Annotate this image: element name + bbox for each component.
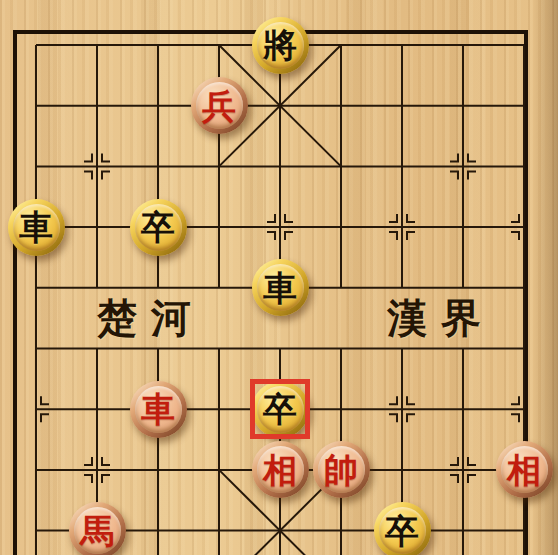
piece-glyph: 車 [130,381,187,438]
piece-glyph: 馬 [69,502,126,555]
black-chariot-piece[interactable]: 車 [252,259,309,316]
black-soldier-piece[interactable]: 卒 [252,381,309,438]
red-general-piece[interactable]: 帥 [313,441,370,498]
black-general-piece[interactable]: 將 [252,17,309,74]
piece-glyph: 卒 [374,502,431,555]
piece-glyph: 卒 [252,381,309,438]
piece-glyph: 兵 [191,77,248,134]
piece-glyph: 車 [252,259,309,316]
red-elephant-piece[interactable]: 相 [496,441,553,498]
piece-glyph: 車 [8,199,65,256]
river-label-right: 漢界 [387,291,495,346]
red-elephant-piece[interactable]: 相 [252,441,309,498]
piece-glyph: 將 [252,17,309,74]
black-soldier-piece[interactable]: 卒 [130,199,187,256]
river-label-left: 楚河 [97,291,205,346]
piece-glyph: 相 [252,441,309,498]
xiangqi-board: 楚河 漢界 將兵車卒車車卒相帥相馬卒 [0,0,558,555]
piece-glyph: 卒 [130,199,187,256]
black-chariot-piece[interactable]: 車 [8,199,65,256]
red-chariot-piece[interactable]: 車 [130,381,187,438]
red-horse-piece[interactable]: 馬 [69,502,126,555]
piece-glyph: 相 [496,441,553,498]
red-soldier-piece[interactable]: 兵 [191,77,248,134]
black-soldier-piece[interactable]: 卒 [374,502,431,555]
piece-glyph: 帥 [313,441,370,498]
